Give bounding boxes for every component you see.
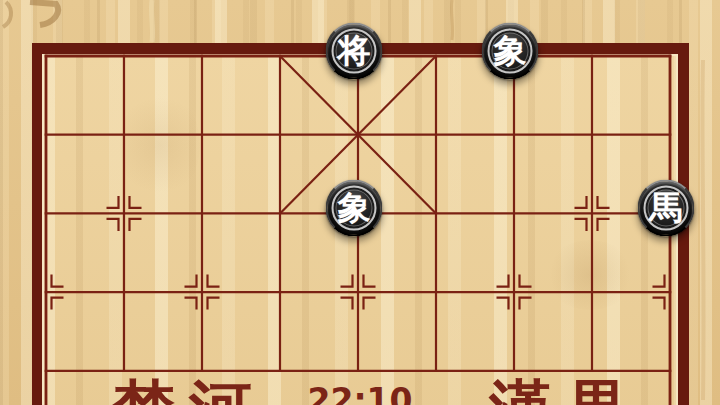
river-center-text: 22:10 [300, 384, 420, 405]
river-label-chu-he: 楚河 [112, 379, 266, 405]
xiangqi-app-screen: 楚河 22:10 漢界 将象象馬 [0, 0, 720, 405]
piece-black-elephant-2[interactable]: 象 [326, 180, 383, 237]
piece-glyph: 象 [494, 35, 527, 68]
river-label-han-jie: 漢界 [489, 379, 643, 405]
piece-glyph: 象 [338, 192, 371, 225]
piece-black-general[interactable]: 将 [326, 23, 383, 80]
piece-black-elephant-1[interactable]: 象 [482, 23, 539, 80]
piece-black-horse[interactable]: 馬 [638, 180, 695, 237]
piece-glyph: 将 [338, 35, 371, 68]
piece-glyph: 馬 [650, 192, 683, 225]
